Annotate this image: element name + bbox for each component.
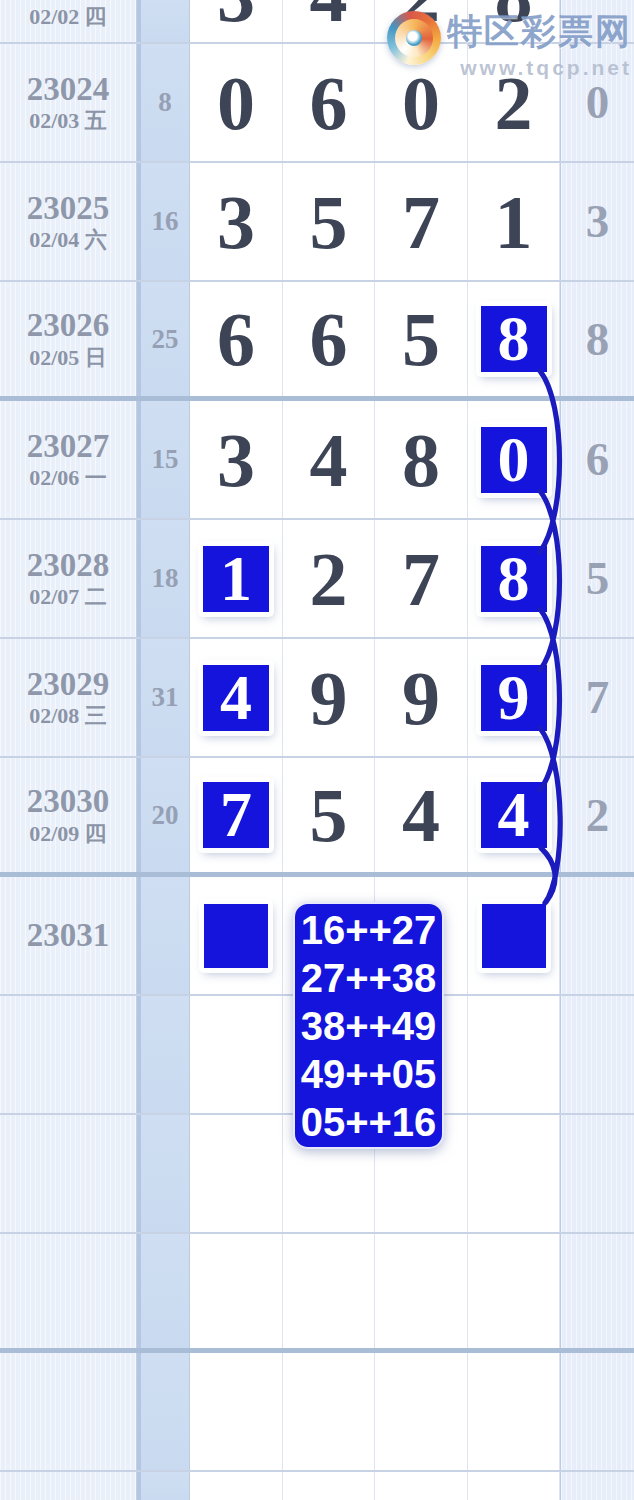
draw-date: 02/07 二 — [29, 585, 107, 609]
digit: 0 — [402, 65, 440, 141]
sum-cell: 16 — [137, 163, 190, 280]
digit: 8 — [402, 422, 440, 498]
plus-cell — [560, 877, 634, 994]
digit: 3 — [217, 422, 255, 498]
digit2-cell: 2 — [283, 520, 375, 637]
digit2-cell: 6 — [283, 282, 375, 396]
digit: 9 — [310, 660, 348, 736]
digit1-cell: 7 — [190, 758, 283, 872]
prediction-line: 16++27 — [301, 906, 437, 954]
plus-cell: 5 — [560, 520, 634, 637]
digit: 6 — [310, 301, 348, 377]
digit: 4 — [310, 0, 348, 33]
row-empty — [0, 1353, 634, 1472]
digit4-cell: 8 — [468, 0, 560, 42]
highlight-square: 0 — [479, 425, 549, 495]
period-number: 23030 — [27, 784, 110, 819]
row-empty-partial — [0, 1472, 634, 1500]
digit2-cell: 4 — [283, 0, 375, 42]
period-cell: 23031 — [0, 877, 137, 994]
plus-digit: 2 — [586, 792, 610, 839]
prediction-line: 38++49 — [301, 1002, 437, 1050]
digit: 3 — [217, 0, 255, 33]
digit3-cell: 4 — [375, 758, 468, 872]
digit: 8 — [495, 0, 533, 33]
plus-cell: 6 — [560, 401, 634, 518]
prediction-line: 27++38 — [301, 954, 437, 1002]
digit3-cell: 5 — [375, 282, 468, 396]
period-number: 23026 — [27, 308, 110, 343]
digit1-cell — [190, 877, 283, 994]
period-number: 23031 — [27, 918, 110, 953]
sum-value: 31 — [152, 682, 179, 713]
sum-cell: 15 — [137, 401, 190, 518]
digit2-cell: 5 — [283, 163, 375, 280]
digit2-cell: 6 — [283, 44, 375, 161]
plus-cell: 8 — [560, 282, 634, 396]
sum-cell: 20 — [137, 758, 190, 872]
row-23026: 2302602/05 日 25 6 6 5 8 8 — [0, 282, 634, 401]
period-cell: 2302602/05 日 — [0, 282, 137, 396]
sum-cell: 8 — [137, 44, 190, 161]
digit1-cell: 3 — [190, 401, 283, 518]
period-number: 23027 — [27, 429, 110, 464]
highlight-digit: 4 — [498, 783, 530, 847]
highlight-square: 8 — [479, 304, 549, 374]
digit: 4 — [402, 777, 440, 853]
draw-date: 02/03 五 — [29, 109, 107, 133]
digit: 6 — [310, 65, 348, 141]
highlight-square: 7 — [201, 780, 271, 850]
digit2-cell: 5 — [283, 758, 375, 872]
period-cell: 2302802/07 二 — [0, 520, 137, 637]
digit: 4 — [310, 422, 348, 498]
trend-chart-board: 02/02 四 3 4 2 8 2302402/03 五 8 0 6 0 2 0… — [0, 0, 634, 1500]
sum-value: 15 — [152, 444, 179, 475]
digit4-cell: 0 — [468, 401, 560, 518]
row-23027: 2302702/06 一 15 3 4 8 0 6 — [0, 401, 634, 520]
digit4-cell — [468, 877, 560, 994]
prediction-line: 49++05 — [301, 1050, 437, 1098]
draw-date: 02/02 四 — [29, 5, 107, 29]
digit: 5 — [310, 184, 348, 260]
sum-cell: 25 — [137, 282, 190, 396]
period-cell: 2302402/03 五 — [0, 44, 137, 161]
digit3-cell: 9 — [375, 639, 468, 756]
digit: 6 — [217, 301, 255, 377]
highlight-square: 8 — [479, 544, 549, 614]
highlight-digit: 7 — [220, 783, 252, 847]
plus-cell: 0 — [560, 44, 634, 161]
plus-digit: 7 — [586, 674, 610, 721]
digit: 5 — [402, 301, 440, 377]
draw-date: 02/06 一 — [29, 466, 107, 490]
digit: 9 — [402, 660, 440, 736]
prediction-line: 05++16 — [301, 1098, 437, 1146]
period-cell: 2302702/06 一 — [0, 401, 137, 518]
plus-digit: 0 — [586, 79, 610, 126]
digit2-cell: 9 — [283, 639, 375, 756]
digit: 1 — [495, 184, 533, 260]
draw-date: 02/04 六 — [29, 228, 107, 252]
digit: 2 — [310, 541, 348, 617]
digit1-cell: 1 — [190, 520, 283, 637]
row-23030: 2303002/09 四 20 7 5 4 4 2 — [0, 758, 634, 877]
digit3-cell: 2 — [375, 0, 468, 42]
row-23029: 2302902/08 三 31 4 9 9 9 7 — [0, 639, 634, 758]
highlight-digit: 9 — [498, 666, 530, 730]
sum-value: 8 — [158, 87, 172, 118]
plus-digit: 3 — [586, 198, 610, 245]
sum-cell — [137, 0, 190, 42]
highlight-digit: 1 — [220, 547, 252, 611]
digit4-cell: 8 — [468, 520, 560, 637]
sum-value: 20 — [152, 800, 179, 831]
plus-cell: 3 — [560, 163, 634, 280]
draw-date: 02/05 日 — [29, 346, 107, 370]
digit4-cell: 4 — [468, 758, 560, 872]
digit: 3 — [217, 184, 255, 260]
highlight-square: 4 — [479, 780, 549, 850]
plus-digit: 6 — [586, 436, 610, 483]
pending-marker-square — [480, 902, 548, 970]
row-empty — [0, 1234, 634, 1353]
plus-cell: 7 — [560, 639, 634, 756]
sum-value: 25 — [152, 324, 179, 355]
sum-cell — [137, 877, 190, 994]
period-number: 23025 — [27, 191, 110, 226]
row-23023-partial: 02/02 四 3 4 2 8 — [0, 0, 634, 44]
prediction-note-box: 16++27 27++38 38++49 49++05 05++16 — [293, 902, 444, 1149]
row-23024: 2302402/03 五 8 0 6 0 2 0 — [0, 44, 634, 163]
plus-cell — [560, 0, 634, 42]
period-number: 23029 — [27, 667, 110, 702]
sum-cell: 18 — [137, 520, 190, 637]
highlight-square: 4 — [201, 663, 271, 733]
digit3-cell: 7 — [375, 163, 468, 280]
digit: 2 — [495, 65, 533, 141]
draw-date: 02/08 三 — [29, 704, 107, 728]
sum-cell: 31 — [137, 639, 190, 756]
row-23028: 2302802/07 二 18 1 2 7 8 5 — [0, 520, 634, 639]
highlight-digit: 8 — [498, 547, 530, 611]
period-cell: 2302502/04 六 — [0, 163, 137, 280]
period-cell: 2303002/09 四 — [0, 758, 137, 872]
digit2-cell: 4 — [283, 401, 375, 518]
draw-date: 02/09 四 — [29, 822, 107, 846]
sum-value: 18 — [152, 563, 179, 594]
period-cell: 2302902/08 三 — [0, 639, 137, 756]
digit1-cell: 3 — [190, 163, 283, 280]
digit4-cell: 8 — [468, 282, 560, 396]
digit4-cell: 2 — [468, 44, 560, 161]
highlight-digit: 0 — [498, 428, 530, 492]
digit4-cell: 9 — [468, 639, 560, 756]
digit3-cell: 7 — [375, 520, 468, 637]
digit: 0 — [217, 65, 255, 141]
plus-cell: 2 — [560, 758, 634, 872]
period-number: 23028 — [27, 548, 110, 583]
pending-marker-square — [202, 902, 270, 970]
digit1-cell: 4 — [190, 639, 283, 756]
digit: 7 — [402, 541, 440, 617]
highlight-digit: 8 — [498, 307, 530, 371]
digit: 7 — [402, 184, 440, 260]
digit3-cell: 8 — [375, 401, 468, 518]
highlight-square: 9 — [479, 663, 549, 733]
digit4-cell: 1 — [468, 163, 560, 280]
period-cell: 02/02 四 — [0, 0, 137, 42]
digit: 2 — [402, 0, 440, 33]
digit3-cell: 0 — [375, 44, 468, 161]
sum-value: 16 — [152, 206, 179, 237]
digit1-cell: 6 — [190, 282, 283, 396]
highlight-square: 1 — [201, 544, 271, 614]
digit: 5 — [310, 777, 348, 853]
digit1-cell: 3 — [190, 0, 283, 42]
plus-digit: 5 — [586, 555, 610, 602]
row-23025: 2302502/04 六 16 3 5 7 1 3 — [0, 163, 634, 282]
highlight-digit: 4 — [220, 666, 252, 730]
plus-digit: 8 — [586, 316, 610, 363]
digit1-cell: 0 — [190, 44, 283, 161]
period-number: 23024 — [27, 72, 110, 107]
